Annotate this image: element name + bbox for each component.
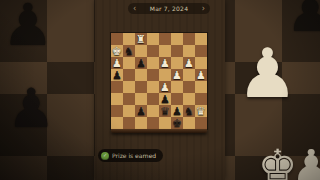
board-square[interactable]: ♛	[195, 105, 207, 117]
board-square[interactable]: ♟	[111, 69, 123, 81]
board-square[interactable]	[123, 93, 135, 105]
board-square[interactable]	[147, 33, 159, 45]
board-square[interactable]: ♟	[195, 69, 207, 81]
board-square[interactable]	[111, 81, 123, 93]
board-square[interactable]	[183, 117, 195, 129]
white-piece: ♟	[184, 57, 194, 68]
board-square[interactable]: ♚	[171, 117, 183, 129]
board-square[interactable]	[123, 69, 135, 81]
board-square[interactable]	[183, 81, 195, 93]
white-piece: ♟	[160, 57, 170, 68]
white-piece: ♟	[172, 69, 182, 80]
decor-white-pawn-right-icon: ♟	[237, 40, 298, 108]
next-day-button[interactable]: ›	[202, 5, 205, 13]
reward-badge-icon: ✓	[101, 152, 109, 160]
decor-black-pawn-mid-left-icon: ♟	[7, 82, 55, 136]
board-square[interactable]	[111, 93, 123, 105]
board-square[interactable]	[195, 33, 207, 45]
board-square[interactable]	[159, 33, 171, 45]
board-square[interactable]: ♟	[183, 57, 195, 69]
white-piece: ♜	[136, 33, 146, 44]
board-square[interactable]	[135, 69, 147, 81]
black-piece: ♚	[172, 117, 182, 128]
decor-black-pawn-top-right-icon: ♟	[286, 0, 320, 40]
board-square[interactable]	[171, 81, 183, 93]
white-piece: ♛	[196, 105, 206, 116]
prev-day-button[interactable]: ‹	[133, 5, 136, 13]
board-square[interactable]: ♟	[159, 57, 171, 69]
black-piece: ♞	[184, 105, 194, 116]
black-piece: ♟	[136, 105, 146, 116]
black-piece: ♞	[124, 45, 134, 56]
white-piece: ♟	[160, 81, 170, 92]
black-piece: ♟	[160, 93, 170, 104]
white-piece: ♚	[112, 45, 122, 56]
board-square[interactable]	[111, 105, 123, 117]
board-square[interactable]	[195, 45, 207, 57]
board-square[interactable]	[195, 117, 207, 129]
board-square[interactable]	[123, 81, 135, 93]
board-square[interactable]: ♟	[135, 57, 147, 69]
board-square[interactable]: ♞	[183, 105, 195, 117]
app-screen: ‹ Mar 7, 2024 › ♜♚♞♟♟♟♟♟♟♟♟♟♟♛♟♞♛♚ ✓ Pri…	[95, 0, 225, 180]
board-square[interactable]	[171, 45, 183, 57]
board-square[interactable]	[123, 57, 135, 69]
board-square[interactable]	[123, 117, 135, 129]
board-square[interactable]	[195, 81, 207, 93]
board-square[interactable]: ♟	[135, 105, 147, 117]
board-square[interactable]	[147, 81, 159, 93]
black-piece: ♟	[136, 57, 146, 68]
black-piece: ♟	[112, 69, 122, 80]
board-square[interactable]	[183, 69, 195, 81]
decor-white-pieces-bottom-right-icon: ♚♟	[258, 144, 320, 180]
reward-toast-text: Prize is earned	[112, 152, 156, 159]
board-square[interactable]: ♜	[135, 33, 147, 45]
board-square[interactable]	[171, 33, 183, 45]
black-piece: ♛	[160, 105, 170, 116]
board-square[interactable]	[111, 117, 123, 129]
white-piece: ♟	[112, 57, 122, 68]
black-piece: ♟	[172, 105, 182, 116]
date-label: Mar 7, 2024	[150, 5, 188, 12]
board-square[interactable]	[147, 57, 159, 69]
board-square[interactable]	[135, 81, 147, 93]
chess-board[interactable]: ♜♚♞♟♟♟♟♟♟♟♟♟♟♛♟♞♛♚	[111, 33, 207, 129]
decor-black-pawn-top-left-icon: ♟	[2, 0, 54, 54]
board-square[interactable]	[159, 117, 171, 129]
board-bottom-edge	[111, 129, 207, 133]
reward-toast: ✓ Prize is earned	[98, 149, 163, 162]
date-navigation-bar: ‹ Mar 7, 2024 ›	[128, 3, 210, 14]
board-square[interactable]: ♞	[123, 45, 135, 57]
board-square[interactable]	[183, 33, 195, 45]
board-square[interactable]	[147, 105, 159, 117]
board-square[interactable]	[147, 45, 159, 57]
board-square[interactable]	[135, 117, 147, 129]
board-square[interactable]	[147, 93, 159, 105]
board-square[interactable]: ♟	[171, 69, 183, 81]
white-piece: ♟	[196, 69, 206, 80]
board-square[interactable]: ♛	[159, 105, 171, 117]
board-square[interactable]	[147, 117, 159, 129]
board-square[interactable]	[147, 69, 159, 81]
board-square[interactable]	[123, 105, 135, 117]
